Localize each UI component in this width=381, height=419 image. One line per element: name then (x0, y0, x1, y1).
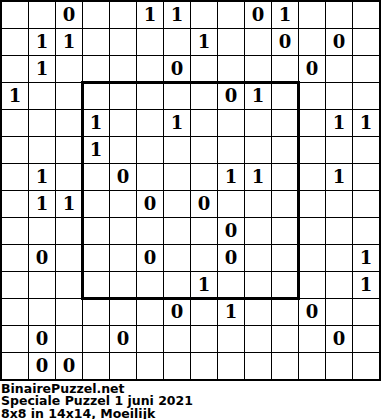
puzzle-cell[interactable] (245, 299, 271, 325)
puzzle-cell[interactable] (191, 2, 217, 28)
puzzle-cell[interactable] (299, 137, 325, 163)
puzzle-cell[interactable] (353, 326, 379, 352)
puzzle-cell[interactable] (191, 164, 217, 190)
puzzle-cell: 1 (29, 29, 55, 55)
puzzle-cell: 0 (29, 245, 55, 271)
puzzle-cell[interactable] (353, 353, 379, 379)
puzzle-cell[interactable] (164, 164, 190, 190)
puzzle-cell: 1 (137, 2, 163, 28)
puzzle-cell[interactable] (164, 272, 190, 298)
puzzle-cell[interactable] (272, 191, 298, 217)
puzzle-cell[interactable] (137, 110, 163, 136)
puzzle-cell[interactable] (299, 83, 325, 109)
puzzle-cell[interactable] (218, 326, 244, 352)
puzzle-cell[interactable] (83, 164, 109, 190)
puzzle-cell[interactable] (83, 29, 109, 55)
puzzle-cell[interactable] (245, 137, 271, 163)
puzzle-cell[interactable] (353, 218, 379, 244)
puzzle-cell[interactable] (29, 218, 55, 244)
puzzle-cell: 1 (29, 56, 55, 82)
puzzle-cell[interactable] (110, 137, 136, 163)
puzzle-cell[interactable] (83, 218, 109, 244)
puzzle-cell[interactable] (191, 83, 217, 109)
puzzle-cell[interactable] (245, 272, 271, 298)
puzzle-cell[interactable] (110, 83, 136, 109)
puzzle-cell[interactable] (299, 2, 325, 28)
puzzle-cell[interactable] (353, 164, 379, 190)
puzzle-cell: 1 (29, 164, 55, 190)
puzzle-cell[interactable] (56, 299, 82, 325)
puzzle-cell[interactable] (164, 326, 190, 352)
puzzle-cell: 1 (56, 191, 82, 217)
puzzle-cell[interactable] (56, 245, 82, 271)
puzzle-cell[interactable] (353, 29, 379, 55)
puzzle-cell: 1 (218, 299, 244, 325)
puzzle-cell[interactable] (218, 272, 244, 298)
puzzle-cell[interactable] (164, 245, 190, 271)
puzzle-cell[interactable] (56, 326, 82, 352)
puzzle-cell: 0 (29, 326, 55, 352)
puzzle-cell[interactable] (326, 353, 352, 379)
puzzle-cell[interactable] (137, 137, 163, 163)
puzzle-cell: 0 (245, 2, 271, 28)
puzzle-cell[interactable] (56, 56, 82, 82)
puzzle-cell[interactable] (137, 56, 163, 82)
puzzle-cell: 1 (218, 164, 244, 190)
puzzle-cell[interactable] (245, 29, 271, 55)
puzzle-cell[interactable] (2, 56, 28, 82)
puzzle-cell[interactable] (353, 299, 379, 325)
puzzle-cell[interactable] (29, 110, 55, 136)
puzzle-cell[interactable] (137, 164, 163, 190)
puzzle-cell[interactable] (299, 110, 325, 136)
puzzle-cell: 0 (299, 56, 325, 82)
puzzle-cell[interactable] (83, 56, 109, 82)
puzzle-cell[interactable] (218, 191, 244, 217)
binary-puzzle-page: 0110111100100101111111011111000000111010… (0, 0, 381, 419)
puzzle-cell[interactable] (2, 218, 28, 244)
puzzle-cell[interactable] (83, 83, 109, 109)
puzzle-cell[interactable] (326, 299, 352, 325)
puzzle-cell: 0 (137, 245, 163, 271)
puzzle-cell[interactable] (272, 299, 298, 325)
puzzle-cell[interactable] (2, 2, 28, 28)
puzzle-cell[interactable] (164, 191, 190, 217)
puzzle-cell[interactable] (83, 191, 109, 217)
puzzle-cell[interactable] (299, 29, 325, 55)
puzzle-cell[interactable] (56, 218, 82, 244)
puzzle-cell[interactable] (2, 110, 28, 136)
puzzle-cell: 1 (326, 164, 352, 190)
puzzle-cell[interactable] (218, 29, 244, 55)
puzzle-cell[interactable] (326, 56, 352, 82)
puzzle-cell[interactable] (191, 218, 217, 244)
puzzle-cell[interactable] (191, 137, 217, 163)
puzzle-cell[interactable] (218, 2, 244, 28)
puzzle-cell[interactable] (299, 245, 325, 271)
puzzle-cell: 0 (110, 164, 136, 190)
puzzle-cell[interactable] (353, 191, 379, 217)
puzzle-cell[interactable] (2, 29, 28, 55)
puzzle-cell: 1 (245, 164, 271, 190)
puzzle-cell[interactable] (137, 353, 163, 379)
puzzle-cell[interactable] (191, 353, 217, 379)
puzzle-cell[interactable] (326, 245, 352, 271)
puzzle-cell[interactable] (29, 272, 55, 298)
puzzle-cell: 0 (218, 245, 244, 271)
puzzle-cell: 0 (56, 353, 82, 379)
puzzle-cell: 1 (191, 29, 217, 55)
puzzle-cell[interactable] (137, 272, 163, 298)
puzzle-cell[interactable] (56, 137, 82, 163)
puzzle-cell: 0 (191, 191, 217, 217)
puzzle-cell[interactable] (56, 272, 82, 298)
puzzle-cell[interactable] (245, 326, 271, 352)
puzzle-cell[interactable] (164, 353, 190, 379)
puzzle-cell: 0 (326, 29, 352, 55)
puzzle-cell: 1 (191, 272, 217, 298)
puzzle-cell[interactable] (110, 29, 136, 55)
puzzle-cell[interactable] (164, 137, 190, 163)
puzzle-cell[interactable] (2, 245, 28, 271)
puzzle-cell[interactable] (326, 83, 352, 109)
puzzle-cell[interactable] (110, 245, 136, 271)
puzzle-cell[interactable] (137, 83, 163, 109)
puzzle-cell[interactable] (272, 272, 298, 298)
puzzle-cell[interactable] (326, 218, 352, 244)
puzzle-cell[interactable] (110, 110, 136, 136)
puzzle-cell[interactable] (326, 2, 352, 28)
puzzle-cell: 0 (56, 2, 82, 28)
puzzle-cell: 0 (137, 191, 163, 217)
puzzle-cell: 1 (245, 83, 271, 109)
puzzle-cell[interactable] (56, 164, 82, 190)
puzzle-cell: 1 (2, 83, 28, 109)
puzzle-cell[interactable] (110, 272, 136, 298)
puzzle-cell[interactable] (326, 272, 352, 298)
puzzle-cell[interactable] (164, 218, 190, 244)
puzzle-cell: 1 (272, 2, 298, 28)
puzzle-cell[interactable] (299, 218, 325, 244)
puzzle-cell: 0 (110, 326, 136, 352)
puzzle-cell[interactable] (245, 110, 271, 136)
puzzle-cell[interactable] (2, 191, 28, 217)
puzzle-cell[interactable] (110, 191, 136, 217)
puzzle-cell[interactable] (218, 56, 244, 82)
puzzle-cell[interactable] (83, 245, 109, 271)
puzzle-cell[interactable] (2, 353, 28, 379)
puzzle-cell[interactable] (2, 137, 28, 163)
puzzle-cell[interactable] (326, 137, 352, 163)
puzzle-cell[interactable] (164, 83, 190, 109)
puzzle-board: 0110111100100101111111011111000000111010… (0, 0, 381, 381)
puzzle-cell[interactable] (326, 191, 352, 217)
puzzle-cell[interactable] (83, 326, 109, 352)
puzzle-cell[interactable] (137, 218, 163, 244)
puzzle-cell[interactable] (29, 299, 55, 325)
puzzle-cell: 0 (326, 326, 352, 352)
puzzle-cell[interactable] (299, 353, 325, 379)
puzzle-cell: 1 (164, 110, 190, 136)
puzzle-cell[interactable] (191, 326, 217, 352)
puzzle-cell[interactable] (353, 56, 379, 82)
puzzle-cell[interactable] (272, 83, 298, 109)
puzzle-cell[interactable] (272, 245, 298, 271)
puzzle-cell[interactable] (191, 299, 217, 325)
puzzle-cell: 1 (56, 29, 82, 55)
puzzle-cell[interactable] (2, 326, 28, 352)
puzzle-cell[interactable] (218, 110, 244, 136)
puzzle-cell[interactable] (110, 218, 136, 244)
footer: BinairePuzzel.net Speciale Puzzel 1 juni… (0, 381, 381, 419)
puzzle-cell[interactable] (83, 2, 109, 28)
puzzle-cell[interactable] (137, 29, 163, 55)
puzzle-cell: 1 (164, 2, 190, 28)
puzzle-cell[interactable] (218, 353, 244, 379)
puzzle-cell: 0 (218, 218, 244, 244)
puzzle-cell: 0 (272, 29, 298, 55)
puzzle-cell[interactable] (110, 353, 136, 379)
puzzle-cell: 1 (353, 110, 379, 136)
puzzle-cell[interactable] (299, 164, 325, 190)
puzzle-cell[interactable] (83, 272, 109, 298)
puzzle-cell[interactable] (2, 164, 28, 190)
puzzle-cell[interactable] (245, 218, 271, 244)
puzzle-cell[interactable] (137, 299, 163, 325)
puzzle-cell: 0 (164, 299, 190, 325)
puzzle-cell[interactable] (191, 245, 217, 271)
puzzle-cell[interactable] (191, 56, 217, 82)
puzzle-cell[interactable] (245, 353, 271, 379)
puzzle-cell[interactable] (29, 83, 55, 109)
puzzle-cell[interactable] (299, 272, 325, 298)
puzzle-cell[interactable] (218, 137, 244, 163)
puzzle-cell: 1 (353, 272, 379, 298)
puzzle-info: 8x8 in 14x14, Moeilijk (1, 408, 380, 419)
puzzle-cell[interactable] (2, 272, 28, 298)
puzzle-cell[interactable] (353, 137, 379, 163)
puzzle-cell[interactable] (56, 83, 82, 109)
puzzle-cell: 0 (164, 56, 190, 82)
puzzle-cell: 1 (353, 245, 379, 271)
puzzle-cell[interactable] (56, 110, 82, 136)
puzzle-cell[interactable] (353, 2, 379, 28)
puzzle-cell[interactable] (353, 83, 379, 109)
puzzle-cell[interactable] (272, 164, 298, 190)
puzzle-cell[interactable] (137, 326, 163, 352)
puzzle-cell[interactable] (245, 56, 271, 82)
puzzle-cell[interactable] (83, 299, 109, 325)
puzzle-cell: 0 (29, 353, 55, 379)
puzzle-cell[interactable] (29, 2, 55, 28)
puzzle-cell[interactable] (299, 326, 325, 352)
puzzle-cell[interactable] (272, 110, 298, 136)
puzzle-cell[interactable] (272, 218, 298, 244)
puzzle-cell[interactable] (2, 299, 28, 325)
puzzle-cell[interactable] (272, 137, 298, 163)
puzzle-cell: 1 (83, 137, 109, 163)
puzzle-cell[interactable] (272, 353, 298, 379)
puzzle-cell[interactable] (83, 353, 109, 379)
puzzle-cell[interactable] (110, 2, 136, 28)
puzzle-cell[interactable] (272, 326, 298, 352)
puzzle-cell[interactable] (164, 29, 190, 55)
puzzle-cell[interactable] (29, 137, 55, 163)
puzzle-cell[interactable] (245, 191, 271, 217)
puzzle-cell[interactable] (110, 299, 136, 325)
puzzle-cell: 0 (218, 83, 244, 109)
puzzle-cell[interactable] (245, 245, 271, 271)
puzzle-cell[interactable] (299, 191, 325, 217)
puzzle-cell[interactable] (191, 110, 217, 136)
puzzle-cell[interactable] (110, 56, 136, 82)
puzzle-cell: 0 (299, 299, 325, 325)
puzzle-cell: 1 (29, 191, 55, 217)
puzzle-cell[interactable] (272, 56, 298, 82)
puzzle-cell: 1 (83, 110, 109, 136)
puzzle-cell: 1 (326, 110, 352, 136)
